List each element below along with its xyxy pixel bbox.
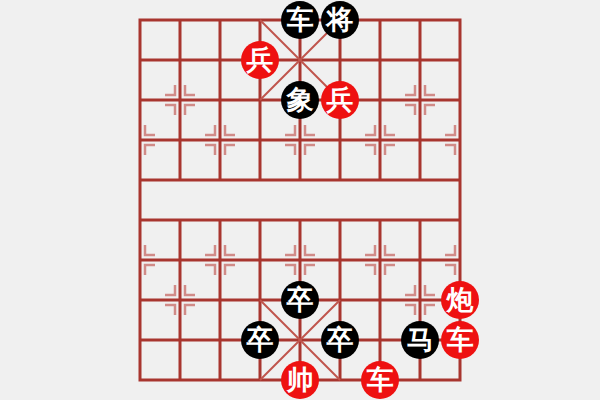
- piece-red-soldier[interactable]: 兵: [321, 81, 359, 119]
- piece-black-horse[interactable]: 马: [401, 321, 439, 359]
- piece-black-chariot[interactable]: 车: [281, 1, 319, 39]
- xiangqi-board: 车将兵象兵卒炮卒卒马车帅车: [0, 0, 600, 400]
- piece-red-soldier[interactable]: 兵: [241, 41, 279, 79]
- piece-black-elephant[interactable]: 象: [281, 81, 319, 119]
- piece-red-cannon[interactable]: 炮: [441, 281, 479, 319]
- piece-grid: 车将兵象兵卒炮卒卒马车帅车: [120, 0, 480, 400]
- piece-red-general[interactable]: 帅: [281, 361, 319, 399]
- piece-red-chariot[interactable]: 车: [361, 361, 399, 399]
- piece-black-soldier[interactable]: 卒: [241, 321, 279, 359]
- piece-black-soldier[interactable]: 卒: [321, 321, 359, 359]
- piece-black-soldier[interactable]: 卒: [281, 281, 319, 319]
- piece-red-chariot[interactable]: 车: [441, 321, 479, 359]
- piece-black-general[interactable]: 将: [321, 1, 359, 39]
